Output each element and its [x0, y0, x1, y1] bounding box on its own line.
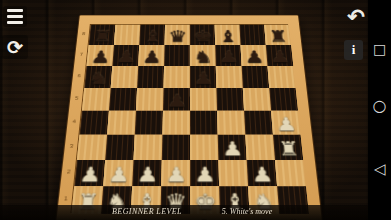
square-d7[interactable]: [164, 45, 190, 66]
chess-board[interactable]: ♜♝♛♚♝♜♟♟♟♞♟♟♟♞♟♟♟♟♜♟♟♟♟♟♟♜♞♝♛♚♝♞: [70, 24, 307, 213]
chess-app-screen: ⟳ ↶ i ♜♝♛♚♝♜♟♟♟♞♟♟♟♞♟♟♟♟♜♟♟♟♟♟♟♜♞♝♛♚♝♞ A…: [0, 0, 391, 220]
square-f4[interactable]: [217, 111, 245, 135]
square-e6[interactable]: ♟: [190, 66, 216, 88]
piece-black-rook[interactable]: ♜: [267, 28, 288, 44]
square-f8[interactable]: ♝: [215, 25, 241, 45]
piece-black-pawn[interactable]: ♟: [166, 92, 187, 110]
square-h7[interactable]: ♟: [266, 45, 294, 66]
square-h5[interactable]: [269, 88, 298, 111]
square-h4[interactable]: ♟: [271, 111, 301, 135]
square-g6[interactable]: [242, 66, 270, 88]
square-d5[interactable]: ♟: [163, 88, 190, 111]
back-icon[interactable]: ◁: [368, 160, 391, 178]
square-h2[interactable]: [275, 160, 306, 186]
chess-board-frame: ♜♝♛♚♝♜♟♟♟♞♟♟♟♞♟♟♟♟♜♟♟♟♟♟♟♜♞♝♛♚♝♞ ABCDEFG…: [55, 15, 324, 220]
piece-white-pawn[interactable]: ♟: [221, 139, 243, 159]
square-d4[interactable]: [162, 111, 190, 135]
piece-black-queen[interactable]: ♛: [168, 28, 187, 44]
square-a4[interactable]: [79, 111, 108, 135]
square-h3[interactable]: ♜: [273, 135, 303, 160]
undo-icon: ↶: [347, 5, 365, 29]
square-f6[interactable]: [216, 66, 243, 88]
piece-white-rook[interactable]: ♜: [277, 139, 300, 159]
info-icon: i: [352, 42, 356, 58]
square-c8[interactable]: ♝: [139, 25, 165, 45]
piece-black-pawn[interactable]: ♟: [141, 49, 161, 65]
hamburger-icon: [7, 9, 23, 12]
square-g4[interactable]: [244, 111, 273, 135]
square-h8[interactable]: ♜: [264, 25, 291, 45]
piece-white-pawn[interactable]: ♟: [107, 165, 130, 186]
square-b5[interactable]: [109, 88, 137, 111]
piece-black-pawn[interactable]: ♟: [269, 49, 290, 65]
square-g2[interactable]: ♟: [247, 160, 277, 186]
status-bar: BEGINNER LEVEL 5. White's move: [0, 205, 368, 220]
square-g5[interactable]: [243, 88, 271, 111]
piece-white-pawn[interactable]: ♟: [275, 115, 298, 134]
piece-black-bishop[interactable]: ♝: [142, 28, 162, 44]
square-a2[interactable]: ♟: [74, 160, 105, 186]
piece-white-pawn[interactable]: ♟: [78, 165, 102, 186]
home-icon[interactable]: ○: [368, 96, 391, 115]
square-g8[interactable]: [239, 25, 265, 45]
piece-white-pawn[interactable]: ♟: [250, 165, 273, 186]
square-c7[interactable]: ♟: [138, 45, 164, 66]
info-button[interactable]: i: [344, 40, 363, 60]
square-d3[interactable]: [162, 135, 190, 160]
piece-black-rook[interactable]: ♜: [92, 28, 113, 44]
piece-white-pawn[interactable]: ♟: [165, 165, 187, 186]
piece-black-knight[interactable]: ♞: [87, 70, 109, 87]
square-f7[interactable]: ♟: [215, 45, 241, 66]
square-e7[interactable]: ♞: [190, 45, 216, 66]
square-c2[interactable]: ♟: [132, 160, 162, 186]
square-a8[interactable]: ♜: [89, 25, 116, 45]
menu-button[interactable]: [3, 6, 27, 27]
square-c4[interactable]: [135, 111, 163, 135]
square-c3[interactable]: [134, 135, 163, 160]
square-b6[interactable]: [111, 66, 139, 88]
square-h6[interactable]: [267, 66, 295, 88]
piece-black-bishop[interactable]: ♝: [218, 28, 238, 44]
board-scene: ♜♝♛♚♝♜♟♟♟♞♟♟♟♞♟♟♟♟♜♟♟♟♟♟♟♜♞♝♛♚♝♞ ABCDEFG…: [68, 0, 308, 220]
turn-indicator-label: 5. White's move: [222, 207, 272, 216]
piece-black-pawn[interactable]: ♟: [193, 70, 213, 87]
square-a3[interactable]: [77, 135, 107, 160]
square-e5[interactable]: [190, 88, 217, 111]
square-d6[interactable]: [164, 66, 190, 88]
square-a7[interactable]: ♟: [86, 45, 113, 66]
square-f5[interactable]: [216, 88, 244, 111]
square-b3[interactable]: [105, 135, 135, 160]
square-e8[interactable]: ♚: [190, 25, 215, 45]
piece-white-pawn[interactable]: ♟: [193, 165, 215, 186]
piece-white-pawn[interactable]: ♟: [136, 165, 159, 186]
square-b8[interactable]: [114, 25, 140, 45]
square-e4[interactable]: [190, 111, 218, 135]
square-d2[interactable]: ♟: [161, 160, 190, 186]
rotate-board-button[interactable]: ⟳: [2, 35, 28, 59]
android-nav-bar: □ ○ ◁: [368, 0, 391, 220]
undo-move-button[interactable]: ↶: [342, 4, 370, 30]
difficulty-level-label: BEGINNER LEVEL: [112, 207, 182, 216]
recents-icon[interactable]: □: [368, 41, 391, 57]
square-a5[interactable]: [82, 88, 111, 111]
piece-black-king[interactable]: ♚: [193, 28, 212, 44]
rotate-icon: ⟳: [7, 38, 23, 57]
square-e3[interactable]: [190, 135, 218, 160]
piece-black-pawn[interactable]: ♟: [244, 49, 265, 65]
piece-black-knight[interactable]: ♞: [193, 49, 213, 65]
square-g3[interactable]: [245, 135, 275, 160]
square-c6[interactable]: [137, 66, 164, 88]
square-b7[interactable]: ♟: [112, 45, 139, 66]
square-f2[interactable]: [218, 160, 248, 186]
square-b4[interactable]: [107, 111, 136, 135]
piece-black-pawn[interactable]: ♟: [115, 49, 136, 65]
square-d8[interactable]: ♛: [165, 25, 190, 45]
square-c5[interactable]: [136, 88, 164, 111]
piece-black-pawn[interactable]: ♟: [218, 49, 238, 65]
square-f3[interactable]: ♟: [218, 135, 247, 160]
square-b2[interactable]: ♟: [103, 160, 133, 186]
square-g7[interactable]: ♟: [241, 45, 268, 66]
square-e2[interactable]: ♟: [190, 160, 219, 186]
square-a6[interactable]: ♞: [84, 66, 112, 88]
piece-black-pawn[interactable]: ♟: [90, 49, 111, 65]
